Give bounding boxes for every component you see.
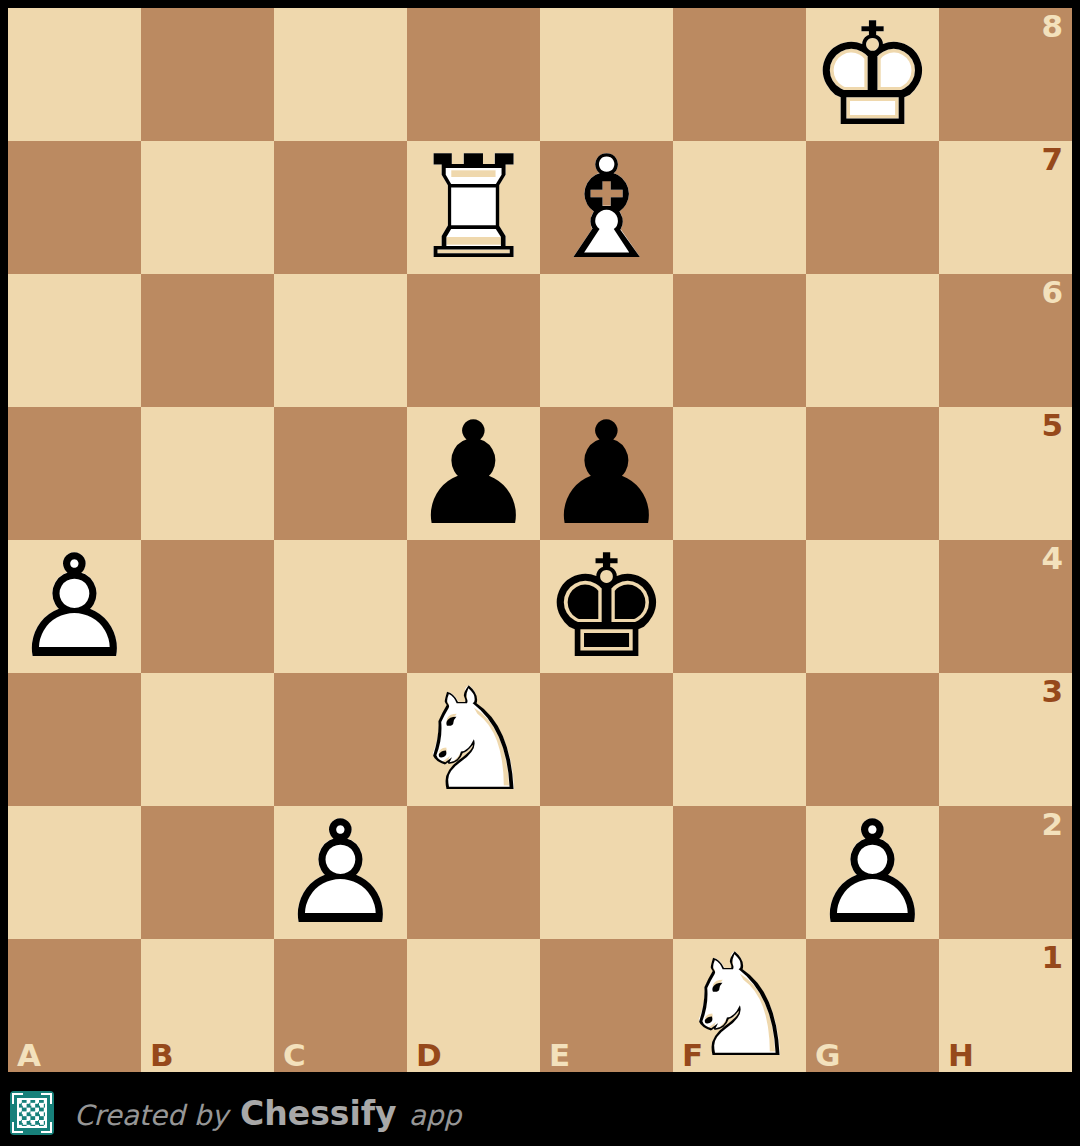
square-e6[interactable]	[540, 274, 673, 407]
square-g4[interactable]	[806, 540, 939, 673]
credit-brand: Chessify	[240, 1094, 397, 1133]
credit-app: app	[409, 1099, 462, 1132]
piece-white-king: ♔	[806, 8, 939, 141]
square-a7[interactable]	[8, 141, 141, 274]
white-bishop-fill: ♝	[540, 141, 673, 274]
square-d2[interactable]	[407, 806, 540, 939]
square-c6[interactable]	[274, 274, 407, 407]
file-label-c: C	[283, 1040, 306, 1071]
square-b6[interactable]	[141, 274, 274, 407]
white-pawn-fill: ♟	[8, 540, 141, 673]
square-c4[interactable]	[274, 540, 407, 673]
file-label-g: G	[815, 1040, 840, 1071]
square-d8[interactable]	[407, 8, 540, 141]
square-d4[interactable]	[407, 540, 540, 673]
square-d3[interactable]: ♞♘	[407, 673, 540, 806]
white-pawn-fill: ♟	[274, 806, 407, 939]
square-g6[interactable]	[806, 274, 939, 407]
square-c5[interactable]	[274, 407, 407, 540]
rank-label-3: 3	[1041, 676, 1063, 707]
piece-black-pawn: ♟	[407, 407, 540, 540]
square-b2[interactable]	[141, 806, 274, 939]
footer-bar: Created by Chessify app	[0, 1080, 1080, 1146]
square-c8[interactable]	[274, 8, 407, 141]
white-king-fill: ♚	[806, 8, 939, 141]
square-f3[interactable]	[673, 673, 806, 806]
rank-label-8: 8	[1041, 11, 1063, 42]
logo-checkerboard-icon	[17, 1098, 47, 1128]
chessify-logo-icon	[10, 1091, 54, 1135]
credit-line: Created by Chessify app	[74, 1094, 461, 1133]
piece-white-rook: ♖	[407, 141, 540, 274]
piece-white-pawn: ♙	[8, 540, 141, 673]
file-label-b: B	[150, 1040, 174, 1071]
piece-white-bishop: ♗	[540, 141, 673, 274]
square-f5[interactable]	[673, 407, 806, 540]
chess-board: ♚♔♜♖♝♗♟♟♟♙♚♞♘♟♙♟♙♞♘87654321ABCDEFGH	[8, 8, 1072, 1072]
square-f2[interactable]	[673, 806, 806, 939]
square-g7[interactable]	[806, 141, 939, 274]
square-e4[interactable]: ♚	[540, 540, 673, 673]
rank-label-5: 5	[1041, 410, 1063, 441]
white-knight-fill: ♞	[407, 673, 540, 806]
piece-white-pawn: ♙	[274, 806, 407, 939]
square-c3[interactable]	[274, 673, 407, 806]
square-d6[interactable]	[407, 274, 540, 407]
square-f6[interactable]	[673, 274, 806, 407]
chess-diagram: ♚♔♜♖♝♗♟♟♟♙♚♞♘♟♙♟♙♞♘87654321ABCDEFGH Crea…	[0, 0, 1080, 1146]
rank-label-4: 4	[1041, 543, 1063, 574]
file-label-f: F	[682, 1040, 703, 1071]
square-a4[interactable]: ♟♙	[8, 540, 141, 673]
square-b4[interactable]	[141, 540, 274, 673]
piece-white-pawn: ♙	[806, 806, 939, 939]
square-f7[interactable]	[673, 141, 806, 274]
file-label-d: D	[416, 1040, 442, 1071]
square-f8[interactable]	[673, 8, 806, 141]
piece-black-king: ♚	[540, 540, 673, 673]
file-label-h: H	[948, 1040, 974, 1071]
square-e2[interactable]	[540, 806, 673, 939]
piece-white-knight: ♘	[407, 673, 540, 806]
credit-created-by: Created by	[74, 1099, 228, 1132]
piece-black-pawn: ♟	[540, 407, 673, 540]
square-b7[interactable]	[141, 141, 274, 274]
file-label-e: E	[549, 1040, 570, 1071]
square-e5[interactable]: ♟	[540, 407, 673, 540]
square-a8[interactable]	[8, 8, 141, 141]
square-a2[interactable]	[8, 806, 141, 939]
rank-label-2: 2	[1041, 809, 1063, 840]
square-c7[interactable]	[274, 141, 407, 274]
square-g3[interactable]	[806, 673, 939, 806]
square-e3[interactable]	[540, 673, 673, 806]
square-a5[interactable]	[8, 407, 141, 540]
square-e7[interactable]: ♝♗	[540, 141, 673, 274]
square-a6[interactable]	[8, 274, 141, 407]
file-label-a: A	[17, 1040, 41, 1071]
white-pawn-fill: ♟	[806, 806, 939, 939]
square-a3[interactable]	[8, 673, 141, 806]
rank-label-1: 1	[1041, 942, 1063, 973]
square-f4[interactable]	[673, 540, 806, 673]
white-rook-fill: ♜	[407, 141, 540, 274]
rank-label-6: 6	[1041, 277, 1063, 308]
square-b3[interactable]	[141, 673, 274, 806]
square-d5[interactable]: ♟	[407, 407, 540, 540]
square-b5[interactable]	[141, 407, 274, 540]
square-e8[interactable]	[540, 8, 673, 141]
square-c2[interactable]: ♟♙	[274, 806, 407, 939]
rank-label-7: 7	[1041, 144, 1063, 175]
square-g2[interactable]: ♟♙	[806, 806, 939, 939]
square-g5[interactable]	[806, 407, 939, 540]
square-g8[interactable]: ♚♔	[806, 8, 939, 141]
square-b8[interactable]	[141, 8, 274, 141]
square-d7[interactable]: ♜♖	[407, 141, 540, 274]
